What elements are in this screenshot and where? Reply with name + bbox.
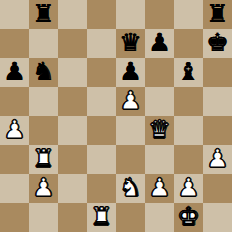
square-a4[interactable]: ♟	[0, 116, 29, 145]
square-b2[interactable]: ♟	[29, 174, 58, 203]
square-b4[interactable]	[29, 116, 58, 145]
square-b1[interactable]	[29, 203, 58, 232]
square-c4[interactable]	[58, 116, 87, 145]
square-f5[interactable]	[145, 87, 174, 116]
square-a7[interactable]	[0, 29, 29, 58]
square-f1[interactable]	[145, 203, 174, 232]
piece-white-rook[interactable]: ♜	[32, 145, 54, 173]
square-e7[interactable]: ♛	[116, 29, 145, 58]
piece-white-rook[interactable]: ♜	[90, 203, 112, 231]
piece-white-pawn[interactable]: ♟	[32, 174, 54, 202]
square-g4[interactable]	[174, 116, 203, 145]
piece-white-pawn[interactable]: ♟	[3, 116, 25, 144]
square-e5[interactable]: ♟	[116, 87, 145, 116]
square-b5[interactable]	[29, 87, 58, 116]
square-d8[interactable]	[87, 0, 116, 29]
square-c7[interactable]	[58, 29, 87, 58]
square-h3[interactable]: ♟	[203, 145, 232, 174]
square-f2[interactable]: ♟	[145, 174, 174, 203]
square-e4[interactable]	[116, 116, 145, 145]
piece-white-pawn[interactable]: ♟	[206, 145, 228, 173]
square-f7[interactable]: ♟	[145, 29, 174, 58]
square-e3[interactable]	[116, 145, 145, 174]
square-e6[interactable]: ♟	[116, 58, 145, 87]
square-g3[interactable]	[174, 145, 203, 174]
square-e1[interactable]	[116, 203, 145, 232]
square-a1[interactable]	[0, 203, 29, 232]
piece-white-knight[interactable]: ♞	[119, 174, 141, 202]
square-c1[interactable]	[58, 203, 87, 232]
square-h4[interactable]	[203, 116, 232, 145]
square-c8[interactable]	[58, 0, 87, 29]
square-c5[interactable]	[58, 87, 87, 116]
square-g7[interactable]	[174, 29, 203, 58]
square-h7[interactable]: ♚	[203, 29, 232, 58]
square-e2[interactable]: ♞	[116, 174, 145, 203]
square-h8[interactable]: ♜	[203, 0, 232, 29]
square-f4[interactable]: ♛	[145, 116, 174, 145]
square-h2[interactable]	[203, 174, 232, 203]
piece-black-queen[interactable]: ♛	[119, 29, 141, 57]
piece-white-pawn[interactable]: ♟	[119, 87, 141, 115]
square-g2[interactable]: ♟	[174, 174, 203, 203]
square-d1[interactable]: ♜	[87, 203, 116, 232]
square-a2[interactable]	[0, 174, 29, 203]
piece-white-queen[interactable]: ♛	[148, 116, 170, 144]
piece-black-rook[interactable]: ♜	[32, 0, 54, 28]
square-d7[interactable]	[87, 29, 116, 58]
piece-white-pawn[interactable]: ♟	[148, 174, 170, 202]
square-b8[interactable]: ♜	[29, 0, 58, 29]
square-h6[interactable]	[203, 58, 232, 87]
square-c2[interactable]	[58, 174, 87, 203]
square-f6[interactable]	[145, 58, 174, 87]
piece-black-pawn[interactable]: ♟	[3, 58, 25, 86]
square-a5[interactable]	[0, 87, 29, 116]
square-g6[interactable]: ♝	[174, 58, 203, 87]
square-a6[interactable]: ♟	[0, 58, 29, 87]
square-d5[interactable]	[87, 87, 116, 116]
square-d2[interactable]	[87, 174, 116, 203]
square-e8[interactable]	[116, 0, 145, 29]
piece-black-king[interactable]: ♚	[206, 29, 228, 57]
piece-black-knight[interactable]: ♞	[32, 58, 54, 86]
square-d6[interactable]	[87, 58, 116, 87]
square-b3[interactable]: ♜	[29, 145, 58, 174]
piece-white-king[interactable]: ♚	[177, 203, 199, 231]
square-h1[interactable]	[203, 203, 232, 232]
chess-board: ♜♜♛♟♚♟♞♟♝♟♟♛♜♟♟♞♟♟♜♚	[0, 0, 232, 232]
square-f8[interactable]	[145, 0, 174, 29]
square-h5[interactable]	[203, 87, 232, 116]
square-d4[interactable]	[87, 116, 116, 145]
square-a8[interactable]	[0, 0, 29, 29]
square-a3[interactable]	[0, 145, 29, 174]
piece-black-rook[interactable]: ♜	[206, 0, 228, 28]
square-b7[interactable]	[29, 29, 58, 58]
square-c6[interactable]	[58, 58, 87, 87]
square-f3[interactable]	[145, 145, 174, 174]
square-b6[interactable]: ♞	[29, 58, 58, 87]
square-c3[interactable]	[58, 145, 87, 174]
square-g5[interactable]	[174, 87, 203, 116]
piece-black-pawn[interactable]: ♟	[148, 29, 170, 57]
square-g1[interactable]: ♚	[174, 203, 203, 232]
square-g8[interactable]	[174, 0, 203, 29]
piece-white-pawn[interactable]: ♟	[177, 174, 199, 202]
piece-black-bishop[interactable]: ♝	[177, 58, 199, 86]
piece-black-pawn[interactable]: ♟	[119, 58, 141, 86]
square-d3[interactable]	[87, 145, 116, 174]
